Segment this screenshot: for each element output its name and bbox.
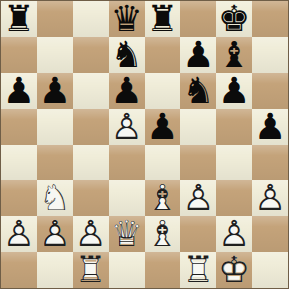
piece-black-king[interactable]: ♚ <box>216 1 252 37</box>
piece-glyph: ♟ <box>1 73 37 109</box>
square-d2[interactable]: ♛♕ <box>109 216 145 252</box>
square-f6[interactable]: ♞ <box>180 73 216 109</box>
square-e8[interactable]: ♜ <box>145 1 181 37</box>
square-a5[interactable] <box>1 109 37 145</box>
square-a1[interactable] <box>1 252 37 288</box>
piece-white-rook[interactable]: ♜♖ <box>73 252 109 288</box>
square-f5[interactable] <box>180 109 216 145</box>
square-c1[interactable]: ♜♖ <box>73 252 109 288</box>
piece-white-king[interactable]: ♚♔ <box>216 252 252 288</box>
square-g1[interactable]: ♚♔ <box>216 252 252 288</box>
square-b8[interactable] <box>37 1 73 37</box>
square-e1[interactable] <box>145 252 181 288</box>
piece-glyph: ♛ <box>109 1 145 37</box>
piece-outline-glyph: ♙ <box>252 180 288 216</box>
square-a2[interactable]: ♟♙ <box>1 216 37 252</box>
square-f3[interactable]: ♟♙ <box>180 180 216 216</box>
square-g4[interactable] <box>216 145 252 181</box>
square-g8[interactable]: ♚ <box>216 1 252 37</box>
square-g3[interactable] <box>216 180 252 216</box>
piece-outline-glyph: ♙ <box>109 109 145 145</box>
square-c2[interactable]: ♟♙ <box>73 216 109 252</box>
piece-white-pawn[interactable]: ♟♙ <box>109 109 145 145</box>
square-h6[interactable] <box>252 73 288 109</box>
piece-white-knight[interactable]: ♞♘ <box>37 180 73 216</box>
piece-outline-glyph: ♙ <box>216 216 252 252</box>
piece-outline-glyph: ♕ <box>109 216 145 252</box>
square-h1[interactable] <box>252 252 288 288</box>
piece-outline-glyph: ♗ <box>145 180 181 216</box>
square-a3[interactable] <box>1 180 37 216</box>
square-b4[interactable] <box>37 145 73 181</box>
piece-black-rook[interactable]: ♜ <box>1 1 37 37</box>
piece-white-pawn[interactable]: ♟♙ <box>216 216 252 252</box>
piece-glyph: ♟ <box>180 37 216 73</box>
square-h5[interactable]: ♟ <box>252 109 288 145</box>
piece-outline-glyph: ♔ <box>216 252 252 288</box>
square-g6[interactable]: ♟ <box>216 73 252 109</box>
square-b7[interactable] <box>37 37 73 73</box>
piece-glyph: ♟ <box>37 73 73 109</box>
piece-black-pawn[interactable]: ♟ <box>145 109 181 145</box>
piece-white-queen[interactable]: ♛♕ <box>109 216 145 252</box>
square-c3[interactable] <box>73 180 109 216</box>
piece-glyph: ♜ <box>145 1 181 37</box>
piece-white-pawn[interactable]: ♟♙ <box>73 216 109 252</box>
square-a4[interactable] <box>1 145 37 181</box>
piece-black-knight[interactable]: ♞ <box>109 37 145 73</box>
square-c8[interactable] <box>73 1 109 37</box>
square-b3[interactable]: ♞♘ <box>37 180 73 216</box>
piece-white-pawn[interactable]: ♟♙ <box>37 216 73 252</box>
piece-black-pawn[interactable]: ♟ <box>252 109 288 145</box>
square-g5[interactable] <box>216 109 252 145</box>
piece-glyph: ♚ <box>216 1 252 37</box>
square-a6[interactable]: ♟ <box>1 73 37 109</box>
piece-outline-glyph: ♙ <box>1 216 37 252</box>
square-g7[interactable]: ♝ <box>216 37 252 73</box>
square-b5[interactable] <box>37 109 73 145</box>
piece-outline-glyph: ♙ <box>73 216 109 252</box>
piece-outline-glyph: ♗ <box>145 216 181 252</box>
square-e7[interactable] <box>145 37 181 73</box>
piece-outline-glyph: ♙ <box>180 180 216 216</box>
square-f4[interactable] <box>180 145 216 181</box>
square-e6[interactable] <box>145 73 181 109</box>
square-e3[interactable]: ♝♗ <box>145 180 181 216</box>
square-h7[interactable] <box>252 37 288 73</box>
square-c6[interactable] <box>73 73 109 109</box>
piece-black-pawn[interactable]: ♟ <box>216 73 252 109</box>
square-c5[interactable] <box>73 109 109 145</box>
square-c7[interactable] <box>73 37 109 73</box>
square-f7[interactable]: ♟ <box>180 37 216 73</box>
piece-black-knight[interactable]: ♞ <box>180 73 216 109</box>
piece-outline-glyph: ♘ <box>37 180 73 216</box>
piece-glyph: ♞ <box>109 37 145 73</box>
square-e2[interactable]: ♝♗ <box>145 216 181 252</box>
square-f2[interactable] <box>180 216 216 252</box>
square-e5[interactable]: ♟ <box>145 109 181 145</box>
piece-outline-glyph: ♙ <box>37 216 73 252</box>
piece-outline-glyph: ♖ <box>180 252 216 288</box>
piece-glyph: ♟ <box>216 73 252 109</box>
piece-black-pawn[interactable]: ♟ <box>180 37 216 73</box>
square-d5[interactable]: ♟♙ <box>109 109 145 145</box>
square-b1[interactable] <box>37 252 73 288</box>
piece-white-bishop[interactable]: ♝♗ <box>145 180 181 216</box>
square-f1[interactable]: ♜♖ <box>180 252 216 288</box>
piece-white-pawn[interactable]: ♟♙ <box>252 180 288 216</box>
piece-white-pawn[interactable]: ♟♙ <box>1 216 37 252</box>
piece-black-rook[interactable]: ♜ <box>145 1 181 37</box>
piece-black-pawn[interactable]: ♟ <box>37 73 73 109</box>
piece-glyph: ♟ <box>109 73 145 109</box>
square-h3[interactable]: ♟♙ <box>252 180 288 216</box>
piece-white-pawn[interactable]: ♟♙ <box>180 180 216 216</box>
piece-glyph: ♜ <box>1 1 37 37</box>
square-d6[interactable]: ♟ <box>109 73 145 109</box>
square-a8[interactable]: ♜ <box>1 1 37 37</box>
piece-white-rook[interactable]: ♜♖ <box>180 252 216 288</box>
square-d4[interactable] <box>109 145 145 181</box>
piece-outline-glyph: ♖ <box>73 252 109 288</box>
piece-glyph: ♞ <box>180 73 216 109</box>
square-d8[interactable]: ♛ <box>109 1 145 37</box>
square-a7[interactable] <box>1 37 37 73</box>
piece-black-pawn[interactable]: ♟ <box>109 73 145 109</box>
square-e4[interactable] <box>145 145 181 181</box>
square-c4[interactable] <box>73 145 109 181</box>
piece-black-bishop[interactable]: ♝ <box>216 37 252 73</box>
square-g2[interactable]: ♟♙ <box>216 216 252 252</box>
square-h8[interactable] <box>252 1 288 37</box>
square-h2[interactable] <box>252 216 288 252</box>
piece-black-pawn[interactable]: ♟ <box>1 73 37 109</box>
square-b2[interactable]: ♟♙ <box>37 216 73 252</box>
piece-white-bishop[interactable]: ♝♗ <box>145 216 181 252</box>
piece-black-queen[interactable]: ♛ <box>109 1 145 37</box>
square-f8[interactable] <box>180 1 216 37</box>
chess-board: ♜♛♜♚♞♟♝♟♟♟♞♟♟♙♟♟♞♘♝♗♟♙♟♙♟♙♟♙♟♙♛♕♝♗♟♙♜♖♜♖… <box>0 0 289 289</box>
square-b6[interactable]: ♟ <box>37 73 73 109</box>
piece-glyph: ♟ <box>145 109 181 145</box>
square-d7[interactable]: ♞ <box>109 37 145 73</box>
square-h4[interactable] <box>252 145 288 181</box>
square-d3[interactable] <box>109 180 145 216</box>
piece-glyph: ♟ <box>252 109 288 145</box>
piece-glyph: ♝ <box>216 37 252 73</box>
square-d1[interactable] <box>109 252 145 288</box>
